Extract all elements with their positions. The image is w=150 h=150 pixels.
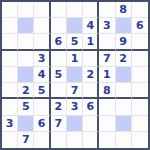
cell-r1c3[interactable] [34, 2, 50, 18]
cell-r4c5[interactable]: 1 [67, 51, 83, 67]
cell-r6c9[interactable] [132, 83, 148, 99]
cell-r3c6[interactable]: 1 [83, 34, 99, 50]
cell-r7c4[interactable]: 2 [51, 99, 67, 115]
cell-r7c2[interactable]: 5 [18, 99, 34, 115]
cell-r1c4[interactable] [51, 2, 67, 18]
cell-r6c1[interactable] [2, 83, 18, 99]
cell-r2c3[interactable] [34, 18, 50, 34]
cell-r1c8[interactable]: 8 [116, 2, 132, 18]
cell-r9c7[interactable] [99, 132, 115, 148]
cell-r2c4[interactable] [51, 18, 67, 34]
cell-r5c8[interactable] [116, 67, 132, 83]
cell-r9c4[interactable] [51, 132, 67, 148]
cell-r8c1[interactable]: 3 [2, 116, 18, 132]
cell-r4c4[interactable] [51, 51, 67, 67]
cell-r2c8[interactable] [116, 18, 132, 34]
cell-r2c7[interactable]: 3 [99, 18, 115, 34]
cell-r7c9[interactable] [132, 99, 148, 115]
cell-r9c3[interactable] [34, 132, 50, 148]
cell-r8c4[interactable]: 7 [51, 116, 67, 132]
cell-r2c6[interactable]: 4 [83, 18, 99, 34]
cell-r8c8[interactable] [116, 116, 132, 132]
cell-r5c1[interactable] [2, 67, 18, 83]
cell-r5c6[interactable]: 2 [83, 67, 99, 83]
cell-r2c5[interactable] [67, 18, 83, 34]
cell-r5c3[interactable]: 4 [34, 67, 50, 83]
cell-r6c3[interactable]: 5 [34, 83, 50, 99]
cell-r3c5[interactable]: 5 [67, 34, 83, 50]
cell-r1c2[interactable] [18, 2, 34, 18]
cell-r3c9[interactable] [132, 34, 148, 50]
cell-r7c3[interactable] [34, 99, 50, 115]
sudoku-board: 8436651931724521257852363677 [0, 0, 150, 150]
cell-r4c2[interactable] [18, 51, 34, 67]
cell-r6c5[interactable]: 7 [67, 83, 83, 99]
cell-r1c1[interactable] [2, 2, 18, 18]
cell-r5c2[interactable] [18, 67, 34, 83]
cell-r9c2[interactable]: 7 [18, 132, 34, 148]
cell-r3c8[interactable]: 9 [116, 34, 132, 50]
cell-r8c2[interactable] [18, 116, 34, 132]
cell-r6c4[interactable] [51, 83, 67, 99]
cell-r7c1[interactable] [2, 99, 18, 115]
cell-r7c7[interactable] [99, 99, 115, 115]
cell-r6c2[interactable]: 2 [18, 83, 34, 99]
cell-r8c3[interactable]: 6 [34, 116, 50, 132]
cell-r8c6[interactable] [83, 116, 99, 132]
cell-r4c9[interactable] [132, 51, 148, 67]
cell-r8c5[interactable] [67, 116, 83, 132]
cell-r5c9[interactable] [132, 67, 148, 83]
cell-r1c6[interactable] [83, 2, 99, 18]
cell-r2c1[interactable] [2, 18, 18, 34]
cell-r4c6[interactable] [83, 51, 99, 67]
cell-r3c2[interactable] [18, 34, 34, 50]
cell-r3c1[interactable] [2, 34, 18, 50]
cell-r5c5[interactable] [67, 67, 83, 83]
cell-r4c7[interactable]: 7 [99, 51, 115, 67]
cell-r5c4[interactable]: 5 [51, 67, 67, 83]
cell-r7c5[interactable]: 3 [67, 99, 83, 115]
cell-r9c9[interactable] [132, 132, 148, 148]
cell-r4c1[interactable] [2, 51, 18, 67]
cell-r5c7[interactable]: 1 [99, 67, 115, 83]
cell-r3c3[interactable] [34, 34, 50, 50]
cell-r2c9[interactable]: 6 [132, 18, 148, 34]
cell-r3c4[interactable]: 6 [51, 34, 67, 50]
cell-r9c8[interactable] [116, 132, 132, 148]
cell-r6c7[interactable]: 8 [99, 83, 115, 99]
cell-r9c5[interactable] [67, 132, 83, 148]
cell-r1c7[interactable] [99, 2, 115, 18]
cell-r6c8[interactable] [116, 83, 132, 99]
cell-r8c9[interactable] [132, 116, 148, 132]
cell-r7c8[interactable] [116, 99, 132, 115]
cell-r7c6[interactable]: 6 [83, 99, 99, 115]
cell-r8c7[interactable] [99, 116, 115, 132]
cell-r2c2[interactable] [18, 18, 34, 34]
cell-r1c9[interactable] [132, 2, 148, 18]
cell-r9c1[interactable] [2, 132, 18, 148]
cell-r4c8[interactable]: 2 [116, 51, 132, 67]
cell-r1c5[interactable] [67, 2, 83, 18]
cell-r6c6[interactable] [83, 83, 99, 99]
cell-r4c3[interactable]: 3 [34, 51, 50, 67]
cell-r3c7[interactable] [99, 34, 115, 50]
cell-r9c6[interactable] [83, 132, 99, 148]
